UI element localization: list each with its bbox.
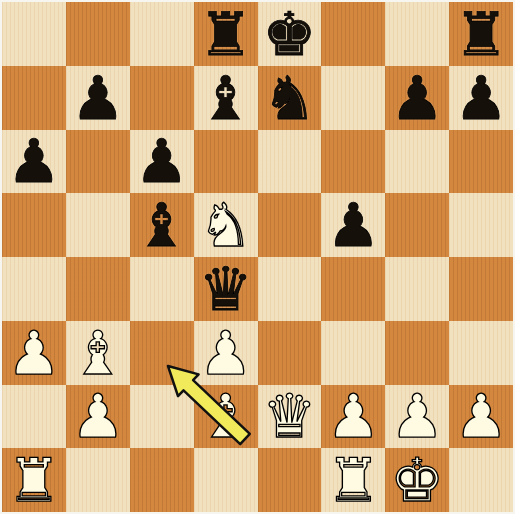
square-g1[interactable]: ♚ [385,448,449,512]
piece-black-knight[interactable]: ♞ [263,67,317,129]
square-h1[interactable] [449,448,513,512]
square-d2[interactable]: ♝ [194,385,258,449]
square-h3[interactable] [449,321,513,385]
piece-black-king[interactable]: ♚ [263,3,317,65]
square-d8[interactable]: ♜ [194,2,258,66]
square-f1[interactable]: ♜ [321,448,385,512]
square-d7[interactable]: ♝ [194,66,258,130]
square-e2[interactable]: ♛ [258,385,322,449]
square-a7[interactable] [2,66,66,130]
square-b2[interactable]: ♟ [66,385,130,449]
piece-white-pawn[interactable]: ♟ [199,322,253,384]
square-g8[interactable] [385,2,449,66]
square-g6[interactable] [385,130,449,194]
piece-black-pawn[interactable]: ♟ [7,130,61,192]
square-g2[interactable]: ♟ [385,385,449,449]
square-a2[interactable] [2,385,66,449]
square-h8[interactable]: ♜ [449,2,513,66]
square-a6[interactable]: ♟ [2,130,66,194]
piece-white-bishop[interactable]: ♝ [199,385,253,447]
square-b5[interactable] [66,193,130,257]
square-h6[interactable] [449,130,513,194]
piece-white-queen[interactable]: ♛ [263,385,317,447]
piece-white-pawn[interactable]: ♟ [7,322,61,384]
square-g5[interactable] [385,193,449,257]
square-c2[interactable] [130,385,194,449]
square-d5[interactable]: ♞ [194,193,258,257]
piece-white-pawn[interactable]: ♟ [454,385,508,447]
piece-white-pawn[interactable]: ♟ [71,385,125,447]
square-b6[interactable] [66,130,130,194]
square-a1[interactable]: ♜ [2,448,66,512]
piece-white-rook[interactable]: ♜ [326,449,380,511]
square-d1[interactable] [194,448,258,512]
square-e5[interactable] [258,193,322,257]
piece-black-bishop[interactable]: ♝ [135,194,189,256]
piece-black-pawn[interactable]: ♟ [390,67,444,129]
square-b7[interactable]: ♟ [66,66,130,130]
piece-white-king[interactable]: ♚ [390,449,444,511]
piece-black-pawn[interactable]: ♟ [326,194,380,256]
piece-black-pawn[interactable]: ♟ [71,67,125,129]
piece-black-pawn[interactable]: ♟ [135,130,189,192]
square-c7[interactable] [130,66,194,130]
square-g3[interactable] [385,321,449,385]
square-g7[interactable]: ♟ [385,66,449,130]
square-d4[interactable]: ♛ [194,257,258,321]
square-f3[interactable] [321,321,385,385]
square-h4[interactable] [449,257,513,321]
piece-white-rook[interactable]: ♜ [7,449,61,511]
square-f5[interactable]: ♟ [321,193,385,257]
square-d6[interactable] [194,130,258,194]
square-f4[interactable] [321,257,385,321]
square-c3[interactable] [130,321,194,385]
piece-white-pawn[interactable]: ♟ [326,385,380,447]
square-f6[interactable] [321,130,385,194]
square-e8[interactable]: ♚ [258,2,322,66]
square-e3[interactable] [258,321,322,385]
square-b1[interactable] [66,448,130,512]
square-c1[interactable] [130,448,194,512]
square-d3[interactable]: ♟ [194,321,258,385]
piece-white-pawn[interactable]: ♟ [390,385,444,447]
square-b3[interactable]: ♝ [66,321,130,385]
square-f7[interactable] [321,66,385,130]
piece-white-bishop[interactable]: ♝ [71,322,125,384]
square-a8[interactable] [2,2,66,66]
square-a4[interactable] [2,257,66,321]
piece-black-rook[interactable]: ♜ [454,3,508,65]
square-e7[interactable]: ♞ [258,66,322,130]
square-b4[interactable] [66,257,130,321]
square-c4[interactable] [130,257,194,321]
square-h2[interactable]: ♟ [449,385,513,449]
square-h5[interactable] [449,193,513,257]
square-e1[interactable] [258,448,322,512]
square-f8[interactable] [321,2,385,66]
square-e6[interactable] [258,130,322,194]
square-a5[interactable] [2,193,66,257]
chess-app: ♜♚♜♟♝♞♟♟♟♟♝♞♟♛♟♝♟♟♝♛♟♟♟♜♜♚ [0,0,515,514]
piece-black-bishop[interactable]: ♝ [199,67,253,129]
piece-black-pawn[interactable]: ♟ [454,67,508,129]
square-c8[interactable] [130,2,194,66]
chess-board: ♜♚♜♟♝♞♟♟♟♟♝♞♟♛♟♝♟♟♝♛♟♟♟♜♜♚ [2,2,513,512]
square-f2[interactable]: ♟ [321,385,385,449]
piece-black-rook[interactable]: ♜ [199,3,253,65]
square-a3[interactable]: ♟ [2,321,66,385]
square-c5[interactable]: ♝ [130,193,194,257]
piece-black-queen[interactable]: ♛ [199,258,253,320]
square-e4[interactable] [258,257,322,321]
square-g4[interactable] [385,257,449,321]
square-h7[interactable]: ♟ [449,66,513,130]
board-frame: ♜♚♜♟♝♞♟♟♟♟♝♞♟♛♟♝♟♟♝♛♟♟♟♜♜♚ [0,0,515,514]
square-b8[interactable] [66,2,130,66]
square-c6[interactable]: ♟ [130,130,194,194]
piece-white-knight[interactable]: ♞ [199,194,253,256]
